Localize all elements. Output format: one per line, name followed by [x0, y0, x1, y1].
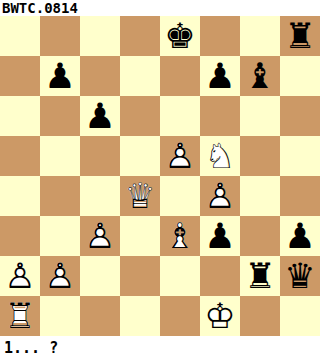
- square-g8[interactable]: [240, 16, 280, 56]
- square-b8[interactable]: [40, 16, 80, 56]
- square-e2[interactable]: [160, 256, 200, 296]
- square-f8[interactable]: [200, 16, 240, 56]
- square-a7[interactable]: [0, 56, 40, 96]
- white-pawn: ♙: [160, 136, 200, 176]
- square-d6[interactable]: [120, 96, 160, 136]
- title-bar: BWTC.0814: [0, 0, 320, 16]
- square-c4[interactable]: [80, 176, 120, 216]
- square-f5[interactable]: ♞♘: [200, 136, 240, 176]
- square-d8[interactable]: [120, 16, 160, 56]
- white-knight-fill: ♞: [200, 136, 240, 176]
- white-pawn: ♙: [0, 256, 40, 296]
- square-g7[interactable]: ♝: [240, 56, 280, 96]
- square-b1[interactable]: [40, 296, 80, 336]
- square-e1[interactable]: [160, 296, 200, 336]
- square-b7[interactable]: ♟: [40, 56, 80, 96]
- square-d1[interactable]: [120, 296, 160, 336]
- black-pawn: ♟: [280, 216, 320, 256]
- white-knight: ♘: [200, 136, 240, 176]
- black-pawn: ♟: [80, 96, 120, 136]
- square-e8[interactable]: ♚: [160, 16, 200, 56]
- white-pawn: ♙: [200, 176, 240, 216]
- square-h6[interactable]: [280, 96, 320, 136]
- chess-board: ♚♜♟♟♝♟♟♙♞♘♛♕♟♙♟♙♝♗♟♟♟♙♟♙♜♛♜♖♚♔: [0, 16, 320, 336]
- square-c7[interactable]: [80, 56, 120, 96]
- square-g1[interactable]: [240, 296, 280, 336]
- square-h1[interactable]: [280, 296, 320, 336]
- square-e3[interactable]: ♝♗: [160, 216, 200, 256]
- square-g5[interactable]: [240, 136, 280, 176]
- black-queen: ♛: [280, 256, 320, 296]
- square-c6[interactable]: ♟: [80, 96, 120, 136]
- square-e5[interactable]: ♟♙: [160, 136, 200, 176]
- square-a3[interactable]: [0, 216, 40, 256]
- black-bishop: ♝: [240, 56, 280, 96]
- square-a2[interactable]: ♟♙: [0, 256, 40, 296]
- square-d5[interactable]: [120, 136, 160, 176]
- square-e4[interactable]: [160, 176, 200, 216]
- square-b6[interactable]: [40, 96, 80, 136]
- white-rook-fill: ♜: [0, 296, 40, 336]
- black-pawn: ♟: [40, 56, 80, 96]
- white-pawn-fill: ♟: [160, 136, 200, 176]
- square-h4[interactable]: [280, 176, 320, 216]
- black-rook: ♜: [240, 256, 280, 296]
- square-f7[interactable]: ♟: [200, 56, 240, 96]
- square-d7[interactable]: [120, 56, 160, 96]
- white-pawn-fill: ♟: [200, 176, 240, 216]
- square-h2[interactable]: ♛: [280, 256, 320, 296]
- square-h8[interactable]: ♜: [280, 16, 320, 56]
- puzzle-id-title: BWTC.0814: [0, 0, 78, 16]
- square-f6[interactable]: [200, 96, 240, 136]
- white-pawn: ♙: [40, 256, 80, 296]
- square-c2[interactable]: [80, 256, 120, 296]
- square-h3[interactable]: ♟: [280, 216, 320, 256]
- move-prompt: 1... ?: [0, 338, 58, 358]
- square-d3[interactable]: [120, 216, 160, 256]
- square-a1[interactable]: ♜♖: [0, 296, 40, 336]
- square-c1[interactable]: [80, 296, 120, 336]
- square-f2[interactable]: [200, 256, 240, 296]
- square-e6[interactable]: [160, 96, 200, 136]
- white-queen: ♕: [120, 176, 160, 216]
- square-b2[interactable]: ♟♙: [40, 256, 80, 296]
- square-g2[interactable]: ♜: [240, 256, 280, 296]
- square-g3[interactable]: [240, 216, 280, 256]
- square-h7[interactable]: [280, 56, 320, 96]
- square-a6[interactable]: [0, 96, 40, 136]
- square-a5[interactable]: [0, 136, 40, 176]
- square-e7[interactable]: [160, 56, 200, 96]
- white-king-fill: ♚: [200, 296, 240, 336]
- black-rook: ♜: [280, 16, 320, 56]
- black-pawn: ♟: [200, 56, 240, 96]
- white-pawn-fill: ♟: [0, 256, 40, 296]
- black-pawn: ♟: [200, 216, 240, 256]
- square-b3[interactable]: [40, 216, 80, 256]
- white-rook: ♖: [0, 296, 40, 336]
- white-bishop: ♗: [160, 216, 200, 256]
- square-f3[interactable]: ♟: [200, 216, 240, 256]
- square-h5[interactable]: [280, 136, 320, 176]
- square-a4[interactable]: [0, 176, 40, 216]
- square-g6[interactable]: [240, 96, 280, 136]
- square-d4[interactable]: ♛♕: [120, 176, 160, 216]
- square-c3[interactable]: ♟♙: [80, 216, 120, 256]
- square-f4[interactable]: ♟♙: [200, 176, 240, 216]
- white-king: ♔: [200, 296, 240, 336]
- white-queen-fill: ♛: [120, 176, 160, 216]
- status-bar: 1... ?: [0, 336, 320, 360]
- square-b5[interactable]: [40, 136, 80, 176]
- white-pawn: ♙: [80, 216, 120, 256]
- square-g4[interactable]: [240, 176, 280, 216]
- square-b4[interactable]: [40, 176, 80, 216]
- white-pawn-fill: ♟: [80, 216, 120, 256]
- black-king: ♚: [160, 16, 200, 56]
- square-a8[interactable]: [0, 16, 40, 56]
- white-pawn-fill: ♟: [40, 256, 80, 296]
- white-bishop-fill: ♝: [160, 216, 200, 256]
- square-d2[interactable]: [120, 256, 160, 296]
- square-c5[interactable]: [80, 136, 120, 176]
- square-c8[interactable]: [80, 16, 120, 56]
- square-f1[interactable]: ♚♔: [200, 296, 240, 336]
